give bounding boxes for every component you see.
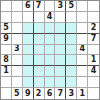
cell-r5c7[interactable] [66,45,77,56]
cell-r8c2[interactable] [12,77,23,88]
cell-r2c8[interactable] [77,12,88,23]
cell-r6c9: 1 [88,55,99,66]
cell-r1c7: 5 [66,1,77,12]
cell-r6c7[interactable] [66,55,77,66]
cell-r5c2: 3 [12,45,23,56]
cell-r3c5[interactable] [45,23,56,34]
cell-r7c8[interactable] [77,66,88,77]
cell-r1c5[interactable] [45,1,56,12]
cell-r6c8[interactable] [77,55,88,66]
cell-r8c1[interactable] [1,77,12,88]
cell-r3c1: 5 [1,23,12,34]
cell-r3c2[interactable] [12,23,23,34]
cell-r7c5[interactable] [45,66,56,77]
cell-r1c4: 7 [34,1,45,12]
cell-r5c8: 4 [77,45,88,56]
cell-r6c4[interactable] [34,55,45,66]
cell-r7c3[interactable] [23,66,34,77]
cell-r3c8[interactable] [77,23,88,34]
cell-r8c3[interactable] [23,77,34,88]
cell-r9c4: 2 [34,88,45,99]
cell-r6c3[interactable] [23,55,34,66]
cell-r8c8[interactable] [77,77,88,88]
cell-r2c6[interactable] [55,12,66,23]
cell-r2c2[interactable] [12,12,23,23]
cell-r4c6[interactable] [55,34,66,45]
cell-r3c7[interactable] [66,23,77,34]
cell-r8c5[interactable] [45,77,56,88]
cell-r7c9: 4 [88,66,99,77]
cell-r3c6[interactable] [55,23,66,34]
cell-r2c7[interactable] [66,12,77,23]
cell-r5c6[interactable] [55,45,66,56]
cell-r8c9[interactable] [88,77,99,88]
cell-r9c6: 7 [55,88,66,99]
cell-r1c1[interactable] [1,1,12,12]
cell-r7c4[interactable] [34,66,45,77]
cell-r8c4[interactable] [34,77,45,88]
cell-r1c3: 6 [23,1,34,12]
cell-r1c9[interactable] [88,1,99,12]
cell-r4c8[interactable] [77,34,88,45]
cell-r6c6[interactable] [55,55,66,66]
cell-r5c9[interactable] [88,45,99,56]
cell-r7c6[interactable] [55,66,66,77]
cell-r9c5: 6 [45,88,56,99]
cell-r8c6[interactable] [55,77,66,88]
cell-r6c1: 8 [1,55,12,66]
cell-r1c6: 3 [55,1,66,12]
cell-r5c3[interactable] [23,45,34,56]
cell-r9c1[interactable] [1,88,12,99]
cell-r3c4[interactable] [34,23,45,34]
cell-r5c1[interactable] [1,45,12,56]
cell-r7c1: 1 [1,66,12,77]
cell-r9c2: 5 [12,88,23,99]
cell-r7c7[interactable] [66,66,77,77]
sudoku-board: 6735452973481145926731 [0,0,100,100]
cell-r9c3: 9 [23,88,34,99]
cell-r6c5[interactable] [45,55,56,66]
cell-r4c2[interactable] [12,34,23,45]
cell-r4c3[interactable] [23,34,34,45]
cell-r9c9[interactable] [88,88,99,99]
cell-r5c4[interactable] [34,45,45,56]
cell-r3c9: 2 [88,23,99,34]
cell-r2c3[interactable] [23,12,34,23]
cell-r4c4[interactable] [34,34,45,45]
cell-r9c8: 1 [77,88,88,99]
cell-r1c8[interactable] [77,1,88,12]
cell-r9c7: 3 [66,88,77,99]
cell-r3c3[interactable] [23,23,34,34]
cell-r2c1[interactable] [1,12,12,23]
cell-r2c4[interactable] [34,12,45,23]
cell-r4c7[interactable] [66,34,77,45]
cell-r4c9: 7 [88,34,99,45]
cell-r2c9[interactable] [88,12,99,23]
cell-r1c2[interactable] [12,1,23,12]
cell-r8c7[interactable] [66,77,77,88]
cell-r4c5[interactable] [45,34,56,45]
cell-r6c2[interactable] [12,55,23,66]
cell-r5c5[interactable] [45,45,56,56]
cell-r7c2[interactable] [12,66,23,77]
cell-r4c1: 9 [1,34,12,45]
cell-r2c5: 4 [45,12,56,23]
